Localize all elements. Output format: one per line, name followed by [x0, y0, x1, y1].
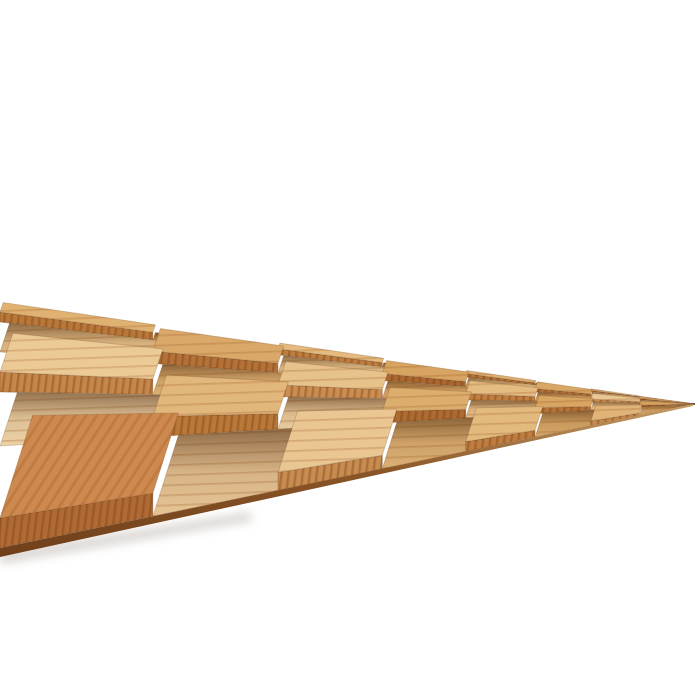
raised-block-top-grain: [153, 375, 289, 416]
wood-mosaic-panel-photo: [0, 0, 700, 700]
product-photo-canvas: [0, 0, 700, 700]
